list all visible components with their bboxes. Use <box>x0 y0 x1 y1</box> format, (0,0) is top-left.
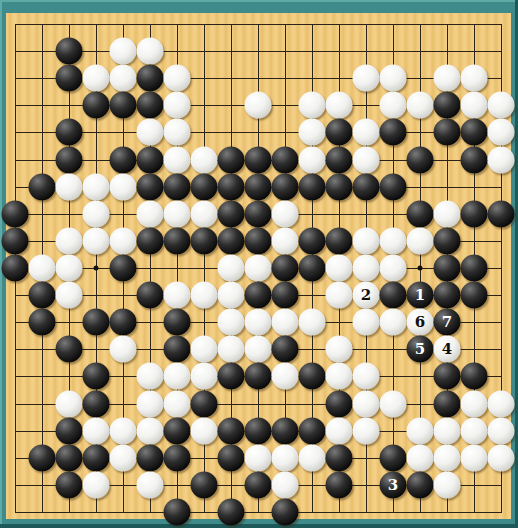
black-stone[interactable] <box>137 92 164 119</box>
black-stone[interactable] <box>164 498 191 525</box>
black-stone[interactable] <box>137 65 164 92</box>
white-stone[interactable] <box>137 119 164 146</box>
white-stone[interactable] <box>353 363 380 390</box>
move-number-label: 6 <box>415 315 425 330</box>
black-stone[interactable] <box>218 417 245 444</box>
black-stone[interactable] <box>218 200 245 227</box>
black-stone[interactable] <box>299 173 326 200</box>
move-number-label: 4 <box>442 342 452 357</box>
white-stone[interactable] <box>353 65 380 92</box>
white-stone[interactable] <box>56 390 83 417</box>
black-stone[interactable] <box>407 200 434 227</box>
black-stone[interactable] <box>191 390 218 417</box>
black-stone[interactable] <box>83 363 110 390</box>
white-stone[interactable] <box>434 471 461 498</box>
black-stone[interactable] <box>218 498 245 525</box>
white-stone[interactable] <box>434 200 461 227</box>
black-stone[interactable] <box>272 254 299 281</box>
white-stone[interactable] <box>299 309 326 336</box>
white-stone[interactable] <box>488 146 515 173</box>
black-stone[interactable] <box>380 173 407 200</box>
white-stone[interactable] <box>380 254 407 281</box>
black-stone[interactable] <box>299 227 326 254</box>
white-stone[interactable] <box>461 92 488 119</box>
white-stone[interactable] <box>353 417 380 444</box>
black-stone[interactable] <box>56 65 83 92</box>
black-stone[interactable] <box>110 92 137 119</box>
white-stone[interactable] <box>245 336 272 363</box>
black-stone[interactable] <box>83 309 110 336</box>
grid-line-horizontal <box>15 512 502 513</box>
white-stone[interactable] <box>191 417 218 444</box>
white-stone[interactable] <box>164 92 191 119</box>
white-stone[interactable] <box>272 309 299 336</box>
white-stone[interactable] <box>245 309 272 336</box>
black-stone[interactable] <box>164 444 191 471</box>
white-stone[interactable] <box>164 146 191 173</box>
black-stone[interactable] <box>164 309 191 336</box>
white-stone[interactable] <box>326 363 353 390</box>
white-stone[interactable] <box>137 363 164 390</box>
black-stone[interactable] <box>218 227 245 254</box>
move-number-label: 1 <box>415 288 425 303</box>
white-stone[interactable] <box>164 363 191 390</box>
white-stone[interactable] <box>83 227 110 254</box>
white-stone[interactable] <box>272 200 299 227</box>
white-stone[interactable] <box>110 227 137 254</box>
black-stone[interactable] <box>137 282 164 309</box>
white-stone[interactable] <box>191 282 218 309</box>
black-stone[interactable] <box>164 336 191 363</box>
white-stone[interactable] <box>380 92 407 119</box>
black-stone[interactable] <box>272 146 299 173</box>
white-stone[interactable] <box>218 282 245 309</box>
black-stone[interactable] <box>218 444 245 471</box>
black-stone[interactable] <box>380 119 407 146</box>
black-stone[interactable] <box>56 119 83 146</box>
white-stone[interactable] <box>56 227 83 254</box>
black-stone[interactable] <box>326 471 353 498</box>
black-stone[interactable] <box>137 173 164 200</box>
black-stone[interactable] <box>245 173 272 200</box>
white-stone[interactable] <box>488 417 515 444</box>
white-stone[interactable] <box>164 282 191 309</box>
white-stone[interactable] <box>407 417 434 444</box>
black-stone[interactable] <box>83 444 110 471</box>
white-stone[interactable] <box>164 119 191 146</box>
black-stone[interactable] <box>56 146 83 173</box>
white-stone[interactable] <box>326 417 353 444</box>
white-stone[interactable] <box>461 417 488 444</box>
white-stone[interactable] <box>407 227 434 254</box>
move-number-label: 5 <box>415 342 425 357</box>
black-stone[interactable] <box>434 227 461 254</box>
numbered-stone-5[interactable]: 5 <box>407 336 434 363</box>
black-stone[interactable] <box>164 173 191 200</box>
black-stone[interactable] <box>2 254 29 281</box>
white-stone[interactable] <box>326 282 353 309</box>
black-stone[interactable] <box>56 38 83 65</box>
numbered-stone-1[interactable]: 1 <box>407 282 434 309</box>
white-stone[interactable] <box>272 444 299 471</box>
black-stone[interactable] <box>434 363 461 390</box>
black-stone[interactable] <box>218 363 245 390</box>
black-stone[interactable] <box>272 336 299 363</box>
black-stone[interactable] <box>461 254 488 281</box>
white-stone[interactable] <box>245 92 272 119</box>
white-stone[interactable] <box>83 200 110 227</box>
white-stone[interactable] <box>272 227 299 254</box>
black-stone[interactable] <box>434 92 461 119</box>
white-stone[interactable] <box>56 173 83 200</box>
black-stone[interactable] <box>272 498 299 525</box>
white-stone[interactable] <box>488 119 515 146</box>
numbered-stone-6[interactable]: 6 <box>407 309 434 336</box>
black-stone[interactable] <box>110 146 137 173</box>
black-stone[interactable] <box>326 227 353 254</box>
white-stone[interactable] <box>191 336 218 363</box>
black-stone[interactable] <box>461 119 488 146</box>
white-stone[interactable] <box>83 173 110 200</box>
white-stone[interactable] <box>407 92 434 119</box>
white-stone[interactable] <box>56 254 83 281</box>
black-stone[interactable] <box>137 227 164 254</box>
black-stone[interactable] <box>29 282 56 309</box>
black-stone[interactable] <box>434 254 461 281</box>
black-stone[interactable] <box>299 417 326 444</box>
numbered-stone-7[interactable]: 7 <box>434 309 461 336</box>
black-stone[interactable] <box>326 390 353 417</box>
black-stone[interactable] <box>29 173 56 200</box>
white-stone[interactable] <box>110 173 137 200</box>
black-stone[interactable] <box>380 444 407 471</box>
black-stone[interactable] <box>326 173 353 200</box>
black-stone[interactable] <box>191 471 218 498</box>
white-stone[interactable] <box>83 471 110 498</box>
white-stone[interactable] <box>299 146 326 173</box>
white-stone[interactable] <box>191 146 218 173</box>
star-point <box>94 265 99 270</box>
white-stone[interactable] <box>299 119 326 146</box>
move-number-label: 3 <box>388 477 398 492</box>
white-stone[interactable] <box>110 38 137 65</box>
white-stone[interactable] <box>353 390 380 417</box>
go-board-app: 2167543 <box>0 0 518 528</box>
black-stone[interactable] <box>461 200 488 227</box>
white-stone[interactable] <box>434 417 461 444</box>
black-stone[interactable] <box>299 363 326 390</box>
black-stone[interactable] <box>29 309 56 336</box>
white-stone[interactable] <box>110 65 137 92</box>
black-stone[interactable] <box>110 309 137 336</box>
white-stone[interactable] <box>326 254 353 281</box>
black-stone[interactable] <box>272 417 299 444</box>
white-stone[interactable] <box>272 363 299 390</box>
black-stone[interactable] <box>488 200 515 227</box>
black-stone[interactable] <box>326 444 353 471</box>
white-stone[interactable] <box>137 417 164 444</box>
move-number-label: 2 <box>361 288 371 303</box>
black-stone[interactable] <box>191 227 218 254</box>
black-stone[interactable] <box>245 200 272 227</box>
black-stone[interactable] <box>137 146 164 173</box>
white-stone[interactable] <box>488 444 515 471</box>
white-stone[interactable] <box>191 200 218 227</box>
black-stone[interactable] <box>83 92 110 119</box>
black-stone[interactable] <box>56 444 83 471</box>
black-stone[interactable] <box>56 417 83 444</box>
black-stone[interactable] <box>353 173 380 200</box>
black-stone[interactable] <box>245 363 272 390</box>
black-stone[interactable] <box>434 119 461 146</box>
white-stone[interactable] <box>191 363 218 390</box>
black-stone[interactable] <box>326 146 353 173</box>
white-stone[interactable] <box>218 254 245 281</box>
white-stone[interactable] <box>461 390 488 417</box>
black-stone[interactable] <box>245 146 272 173</box>
black-stone[interactable] <box>218 146 245 173</box>
black-stone[interactable] <box>326 119 353 146</box>
black-stone[interactable] <box>137 444 164 471</box>
white-stone[interactable] <box>29 254 56 281</box>
white-stone[interactable] <box>380 390 407 417</box>
white-stone[interactable] <box>245 444 272 471</box>
white-stone[interactable] <box>353 227 380 254</box>
black-stone[interactable] <box>29 444 56 471</box>
white-stone[interactable] <box>164 200 191 227</box>
numbered-stone-2[interactable]: 2 <box>353 282 380 309</box>
white-stone[interactable] <box>110 417 137 444</box>
white-stone[interactable] <box>353 146 380 173</box>
black-stone[interactable] <box>272 282 299 309</box>
white-stone[interactable] <box>137 471 164 498</box>
black-stone[interactable] <box>272 173 299 200</box>
white-stone[interactable] <box>218 309 245 336</box>
black-stone[interactable] <box>2 227 29 254</box>
white-stone[interactable] <box>488 390 515 417</box>
white-stone[interactable] <box>218 336 245 363</box>
white-stone[interactable] <box>110 444 137 471</box>
white-stone[interactable] <box>353 254 380 281</box>
white-stone[interactable] <box>299 444 326 471</box>
black-stone[interactable] <box>56 471 83 498</box>
black-stone[interactable] <box>380 282 407 309</box>
white-stone[interactable] <box>164 65 191 92</box>
black-stone[interactable] <box>299 254 326 281</box>
white-stone[interactable] <box>56 282 83 309</box>
white-stone[interactable] <box>488 92 515 119</box>
black-stone[interactable] <box>461 282 488 309</box>
black-stone[interactable] <box>83 390 110 417</box>
black-stone[interactable] <box>218 173 245 200</box>
white-stone[interactable] <box>380 227 407 254</box>
white-stone[interactable] <box>137 200 164 227</box>
white-stone[interactable] <box>137 390 164 417</box>
white-stone[interactable] <box>353 309 380 336</box>
black-stone[interactable] <box>407 146 434 173</box>
black-stone[interactable] <box>2 200 29 227</box>
white-stone[interactable] <box>83 65 110 92</box>
white-stone[interactable] <box>326 92 353 119</box>
black-stone[interactable] <box>164 417 191 444</box>
white-stone[interactable] <box>461 65 488 92</box>
black-stone[interactable] <box>110 254 137 281</box>
black-stone[interactable] <box>461 146 488 173</box>
white-stone[interactable] <box>434 444 461 471</box>
black-stone[interactable] <box>407 471 434 498</box>
black-stone[interactable] <box>245 282 272 309</box>
white-stone[interactable] <box>380 309 407 336</box>
black-stone[interactable] <box>461 363 488 390</box>
black-stone[interactable] <box>56 336 83 363</box>
star-point <box>418 265 423 270</box>
white-stone[interactable] <box>434 65 461 92</box>
white-stone[interactable] <box>245 254 272 281</box>
black-stone[interactable] <box>164 227 191 254</box>
black-stone[interactable] <box>245 227 272 254</box>
white-stone[interactable] <box>110 336 137 363</box>
goban[interactable]: 2167543 <box>6 13 511 519</box>
black-stone[interactable] <box>434 282 461 309</box>
white-stone[interactable] <box>407 444 434 471</box>
numbered-stone-4[interactable]: 4 <box>434 336 461 363</box>
move-number-label: 7 <box>442 315 452 330</box>
white-stone[interactable] <box>326 336 353 363</box>
black-stone[interactable] <box>191 173 218 200</box>
white-stone[interactable] <box>461 444 488 471</box>
white-stone[interactable] <box>137 38 164 65</box>
numbered-stone-3[interactable]: 3 <box>380 471 407 498</box>
white-stone[interactable] <box>299 92 326 119</box>
white-stone[interactable] <box>164 390 191 417</box>
black-stone[interactable] <box>245 471 272 498</box>
white-stone[interactable] <box>353 119 380 146</box>
black-stone[interactable] <box>245 417 272 444</box>
white-stone[interactable] <box>380 65 407 92</box>
white-stone[interactable] <box>83 417 110 444</box>
white-stone[interactable] <box>272 471 299 498</box>
black-stone[interactable] <box>434 390 461 417</box>
